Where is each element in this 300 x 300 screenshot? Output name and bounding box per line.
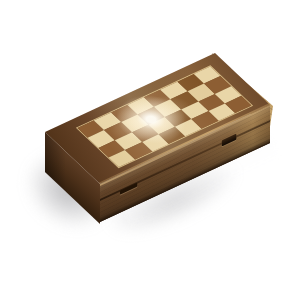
product-photo-chess-box: [0, 0, 300, 300]
clasp-slot: [222, 134, 237, 147]
